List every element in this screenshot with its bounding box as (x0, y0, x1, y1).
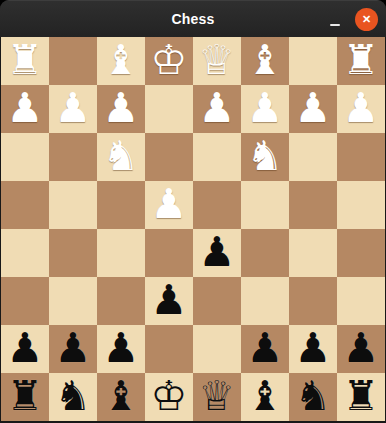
square-f4[interactable] (97, 181, 145, 229)
square-e4[interactable]: ♟ (145, 181, 193, 229)
square-c3[interactable]: ♞ (241, 133, 289, 181)
close-icon: ✕ (362, 14, 371, 25)
piece-black-bishop: ♝ (103, 373, 140, 420)
square-f8[interactable]: ♝ (97, 373, 145, 421)
piece-white-bishop: ♝ (103, 37, 140, 84)
piece-white-pawn: ♟ (199, 85, 236, 132)
piece-black-pawn: ♟ (7, 325, 44, 372)
titlebar[interactable]: Chess ✕ (0, 0, 386, 37)
piece-black-pawn: ♟ (247, 325, 284, 372)
piece-white-pawn: ♟ (7, 85, 44, 132)
square-e8[interactable]: ♔ (145, 373, 193, 421)
square-c4[interactable] (241, 181, 289, 229)
square-b2[interactable]: ♟ (289, 85, 337, 133)
piece-black-pawn: ♟ (103, 325, 140, 372)
piece-black-knight: ♞ (55, 373, 92, 420)
close-button[interactable]: ✕ (355, 8, 378, 31)
piece-white-bishop: ♝ (247, 37, 284, 84)
piece-white-pawn: ♟ (103, 85, 140, 132)
square-e2[interactable] (145, 85, 193, 133)
square-h1[interactable]: ♜ (1, 37, 49, 85)
square-d8[interactable]: ♕ (193, 373, 241, 421)
piece-white-pawn: ♟ (247, 85, 284, 132)
square-b8[interactable]: ♞ (289, 373, 337, 421)
square-g3[interactable] (49, 133, 97, 181)
square-g7[interactable]: ♟ (49, 325, 97, 373)
chess-window: Chess ✕ ♜♝♔♕♝♜♟♟♟♟♟♟♟♞♞♟♟♟♟♟♟♟♟♟♜♞♝♔♕♝♞♜ (0, 0, 386, 423)
piece-black-knight: ♞ (295, 373, 332, 420)
square-e7[interactable] (145, 325, 193, 373)
square-h3[interactable] (1, 133, 49, 181)
square-a5[interactable] (337, 229, 385, 277)
square-a2[interactable]: ♟ (337, 85, 385, 133)
square-g4[interactable] (49, 181, 97, 229)
square-e6[interactable]: ♟ (145, 277, 193, 325)
piece-white-rook: ♜ (7, 37, 44, 84)
minimize-icon (330, 24, 340, 26)
square-h7[interactable]: ♟ (1, 325, 49, 373)
square-c2[interactable]: ♟ (241, 85, 289, 133)
square-d6[interactable] (193, 277, 241, 325)
square-b7[interactable]: ♟ (289, 325, 337, 373)
square-g5[interactable] (49, 229, 97, 277)
chess-board: ♜♝♔♕♝♜♟♟♟♟♟♟♟♞♞♟♟♟♟♟♟♟♟♟♜♞♝♔♕♝♞♜ (1, 37, 385, 421)
piece-black-queen: ♕ (199, 373, 236, 420)
square-c7[interactable]: ♟ (241, 325, 289, 373)
square-c6[interactable] (241, 277, 289, 325)
square-g2[interactable]: ♟ (49, 85, 97, 133)
square-a3[interactable] (337, 133, 385, 181)
square-h4[interactable] (1, 181, 49, 229)
square-b5[interactable] (289, 229, 337, 277)
square-a1[interactable]: ♜ (337, 37, 385, 85)
square-a7[interactable]: ♟ (337, 325, 385, 373)
square-g1[interactable] (49, 37, 97, 85)
piece-white-knight: ♞ (247, 133, 284, 180)
piece-white-pawn: ♟ (55, 85, 92, 132)
square-d5[interactable]: ♟ (193, 229, 241, 277)
square-h8[interactable]: ♜ (1, 373, 49, 421)
square-g8[interactable]: ♞ (49, 373, 97, 421)
piece-white-rook: ♜ (343, 37, 380, 84)
square-e1[interactable]: ♔ (145, 37, 193, 85)
square-e5[interactable] (145, 229, 193, 277)
square-f6[interactable] (97, 277, 145, 325)
square-h5[interactable] (1, 229, 49, 277)
square-d7[interactable] (193, 325, 241, 373)
square-f5[interactable] (97, 229, 145, 277)
square-h2[interactable]: ♟ (1, 85, 49, 133)
square-b3[interactable] (289, 133, 337, 181)
piece-black-rook: ♜ (7, 373, 44, 420)
square-f3[interactable]: ♞ (97, 133, 145, 181)
square-a8[interactable]: ♜ (337, 373, 385, 421)
piece-black-pawn: ♟ (295, 325, 332, 372)
square-f2[interactable]: ♟ (97, 85, 145, 133)
square-g6[interactable] (49, 277, 97, 325)
piece-white-pawn: ♟ (151, 181, 188, 228)
square-d3[interactable] (193, 133, 241, 181)
piece-white-pawn: ♟ (295, 85, 332, 132)
square-b1[interactable] (289, 37, 337, 85)
square-e3[interactable] (145, 133, 193, 181)
piece-black-king: ♔ (151, 373, 188, 420)
piece-white-knight: ♞ (103, 133, 140, 180)
square-c1[interactable]: ♝ (241, 37, 289, 85)
square-b6[interactable] (289, 277, 337, 325)
piece-black-pawn: ♟ (199, 229, 236, 276)
square-a6[interactable] (337, 277, 385, 325)
square-a4[interactable] (337, 181, 385, 229)
minimize-button[interactable] (324, 9, 346, 31)
piece-white-king: ♔ (151, 37, 188, 84)
square-f1[interactable]: ♝ (97, 37, 145, 85)
piece-black-pawn: ♟ (151, 277, 188, 324)
square-d4[interactable] (193, 181, 241, 229)
square-d1[interactable]: ♕ (193, 37, 241, 85)
square-f7[interactable]: ♟ (97, 325, 145, 373)
piece-black-rook: ♜ (343, 373, 380, 420)
piece-black-pawn: ♟ (55, 325, 92, 372)
piece-white-queen: ♕ (199, 37, 236, 84)
square-c8[interactable]: ♝ (241, 373, 289, 421)
piece-black-bishop: ♝ (247, 373, 284, 420)
piece-black-pawn: ♟ (343, 325, 380, 372)
window-title: Chess (171, 11, 214, 27)
square-b4[interactable] (289, 181, 337, 229)
square-c5[interactable] (241, 229, 289, 277)
square-h6[interactable] (1, 277, 49, 325)
square-d2[interactable]: ♟ (193, 85, 241, 133)
piece-white-pawn: ♟ (343, 85, 380, 132)
